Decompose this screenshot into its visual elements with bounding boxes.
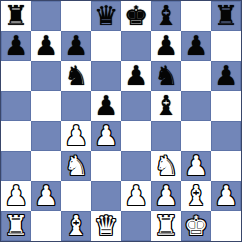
black-pawn-d5[interactable]: ♟ <box>94 92 118 119</box>
square-f8[interactable]: ♝ <box>151 1 181 31</box>
square-a4[interactable] <box>1 121 31 151</box>
square-d6[interactable] <box>91 61 121 91</box>
square-f4[interactable] <box>151 121 181 151</box>
black-queen-d8[interactable]: ♛ <box>94 2 118 29</box>
black-pawn-e6[interactable]: ♟ <box>124 62 148 89</box>
square-f1[interactable]: ♜ <box>151 211 181 241</box>
square-b5[interactable] <box>31 91 61 121</box>
square-f2[interactable]: ♟ <box>151 181 181 211</box>
black-rook-a8[interactable]: ♜ <box>4 2 28 29</box>
white-rook-a1[interactable]: ♜ <box>4 212 28 239</box>
white-pawn-g3[interactable]: ♟ <box>184 152 208 179</box>
square-c2[interactable] <box>61 181 91 211</box>
black-knight-f6[interactable]: ♞ <box>154 62 178 89</box>
square-h5[interactable] <box>211 91 241 121</box>
square-e6[interactable]: ♟ <box>121 61 151 91</box>
square-a2[interactable]: ♟ <box>1 181 31 211</box>
square-b7[interactable]: ♟ <box>31 31 61 61</box>
white-pawn-e2[interactable]: ♟ <box>124 182 148 209</box>
black-pawn-h6[interactable]: ♟ <box>214 62 238 89</box>
square-g3[interactable]: ♟ <box>181 151 211 181</box>
square-g2[interactable]: ♝ <box>181 181 211 211</box>
black-pawn-b7[interactable]: ♟ <box>34 32 58 59</box>
black-pawn-f7[interactable]: ♟ <box>154 32 178 59</box>
black-rook-h8[interactable]: ♜ <box>214 2 238 29</box>
black-pawn-g7[interactable]: ♟ <box>184 32 208 59</box>
white-king-g1[interactable]: ♚ <box>184 212 208 239</box>
white-queen-d1[interactable]: ♛ <box>94 212 118 239</box>
square-e7[interactable] <box>121 31 151 61</box>
square-g4[interactable] <box>181 121 211 151</box>
square-e5[interactable] <box>121 91 151 121</box>
white-pawn-a2[interactable]: ♟ <box>4 182 28 209</box>
square-e3[interactable] <box>121 151 151 181</box>
square-a3[interactable] <box>1 151 31 181</box>
square-c3[interactable]: ♞ <box>61 151 91 181</box>
square-b4[interactable] <box>31 121 61 151</box>
black-pawn-c7[interactable]: ♟ <box>64 32 88 59</box>
square-h2[interactable]: ♟ <box>211 181 241 211</box>
square-e8[interactable]: ♚ <box>121 1 151 31</box>
black-bishop-f5[interactable]: ♝ <box>154 92 178 119</box>
white-rook-f1[interactable]: ♜ <box>154 212 178 239</box>
square-g8[interactable] <box>181 1 211 31</box>
white-knight-c3[interactable]: ♞ <box>64 152 88 179</box>
square-f5[interactable]: ♝ <box>151 91 181 121</box>
square-d8[interactable]: ♛ <box>91 1 121 31</box>
square-e2[interactable]: ♟ <box>121 181 151 211</box>
square-b3[interactable] <box>31 151 61 181</box>
square-h1[interactable] <box>211 211 241 241</box>
square-g6[interactable] <box>181 61 211 91</box>
square-h4[interactable] <box>211 121 241 151</box>
square-b2[interactable]: ♟ <box>31 181 61 211</box>
square-d2[interactable] <box>91 181 121 211</box>
square-f3[interactable]: ♞ <box>151 151 181 181</box>
square-e4[interactable] <box>121 121 151 151</box>
square-b6[interactable] <box>31 61 61 91</box>
black-king-e8[interactable]: ♚ <box>124 2 148 29</box>
square-a5[interactable] <box>1 91 31 121</box>
black-knight-c6[interactable]: ♞ <box>64 62 88 89</box>
square-c6[interactable]: ♞ <box>61 61 91 91</box>
white-pawn-b2[interactable]: ♟ <box>34 182 58 209</box>
square-d1[interactable]: ♛ <box>91 211 121 241</box>
square-h3[interactable] <box>211 151 241 181</box>
square-c8[interactable] <box>61 1 91 31</box>
white-knight-f3[interactable]: ♞ <box>154 152 178 179</box>
square-g7[interactable]: ♟ <box>181 31 211 61</box>
square-d3[interactable] <box>91 151 121 181</box>
white-pawn-f2[interactable]: ♟ <box>154 182 178 209</box>
square-c1[interactable]: ♝ <box>61 211 91 241</box>
square-a6[interactable] <box>1 61 31 91</box>
square-d4[interactable]: ♟ <box>91 121 121 151</box>
square-f6[interactable]: ♞ <box>151 61 181 91</box>
square-h8[interactable]: ♜ <box>211 1 241 31</box>
chess-board-container: ♜♛♚♝♜♟♟♟♟♟♞♟♞♟♟♝♟♟♞♞♟♟♟♟♟♝♟♜♝♛♜♚ <box>0 0 242 242</box>
square-e1[interactable] <box>121 211 151 241</box>
white-pawn-c4[interactable]: ♟ <box>64 122 88 149</box>
square-d5[interactable]: ♟ <box>91 91 121 121</box>
black-bishop-f8[interactable]: ♝ <box>154 2 178 29</box>
square-c5[interactable] <box>61 91 91 121</box>
white-pawn-d4[interactable]: ♟ <box>94 122 118 149</box>
white-bishop-c1[interactable]: ♝ <box>64 212 88 239</box>
black-pawn-a7[interactable]: ♟ <box>4 32 28 59</box>
square-g1[interactable]: ♚ <box>181 211 211 241</box>
square-h7[interactable] <box>211 31 241 61</box>
square-c4[interactable]: ♟ <box>61 121 91 151</box>
square-d7[interactable] <box>91 31 121 61</box>
square-f7[interactable]: ♟ <box>151 31 181 61</box>
white-pawn-h2[interactable]: ♟ <box>214 182 238 209</box>
square-a1[interactable]: ♜ <box>1 211 31 241</box>
square-a8[interactable]: ♜ <box>1 1 31 31</box>
square-h6[interactable]: ♟ <box>211 61 241 91</box>
white-bishop-g2[interactable]: ♝ <box>184 182 208 209</box>
square-a7[interactable]: ♟ <box>1 31 31 61</box>
square-b8[interactable] <box>31 1 61 31</box>
square-g5[interactable] <box>181 91 211 121</box>
square-b1[interactable] <box>31 211 61 241</box>
square-c7[interactable]: ♟ <box>61 31 91 61</box>
chess-board: ♜♛♚♝♜♟♟♟♟♟♞♟♞♟♟♝♟♟♞♞♟♟♟♟♟♝♟♜♝♛♜♚ <box>0 0 242 242</box>
